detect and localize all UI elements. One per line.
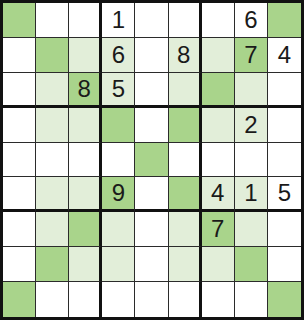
cell-r2c3[interactable] xyxy=(69,38,102,73)
given-digit: 2 xyxy=(244,113,257,137)
cell-r9c4[interactable] xyxy=(102,282,135,317)
cell-r9c3[interactable] xyxy=(69,282,102,317)
cell-r7c8[interactable] xyxy=(235,212,268,247)
cell-r5c5[interactable] xyxy=(135,143,168,178)
cell-r6c5[interactable] xyxy=(135,177,168,212)
cell-r6c2[interactable] xyxy=(36,177,69,212)
given-digit: 4 xyxy=(278,43,291,67)
cell-r1c6[interactable] xyxy=(169,3,202,38)
cell-r7c2[interactable] xyxy=(36,212,69,247)
cell-r1c9[interactable] xyxy=(268,3,301,38)
given-digit: 5 xyxy=(112,77,125,101)
cell-r5c4[interactable] xyxy=(102,143,135,178)
given-digit: 8 xyxy=(78,77,91,101)
given-digit: 8 xyxy=(177,43,190,67)
cell-r4c1[interactable] xyxy=(3,108,36,143)
cell-r7c4[interactable] xyxy=(102,212,135,247)
cell-r9c8[interactable] xyxy=(235,282,268,317)
given-digit: 7 xyxy=(244,43,257,67)
cell-r8c2[interactable] xyxy=(36,247,69,282)
given-digit: 5 xyxy=(278,181,291,205)
cell-r8c5[interactable] xyxy=(135,247,168,282)
cell-r4c3[interactable] xyxy=(69,108,102,143)
cell-r3c3[interactable]: 8 xyxy=(69,73,102,108)
cell-r1c7[interactable] xyxy=(202,3,235,38)
cell-r3c2[interactable] xyxy=(36,73,69,108)
cell-r5c3[interactable] xyxy=(69,143,102,178)
cell-r4c6[interactable] xyxy=(169,108,202,143)
cell-r9c1[interactable] xyxy=(3,282,36,317)
cell-r4c8[interactable]: 2 xyxy=(235,108,268,143)
cell-r6c1[interactable] xyxy=(3,177,36,212)
cell-r2c8[interactable]: 7 xyxy=(235,38,268,73)
cell-r4c4[interactable] xyxy=(102,108,135,143)
cell-r9c7[interactable] xyxy=(202,282,235,317)
cell-r7c1[interactable] xyxy=(3,212,36,247)
cell-r3c6[interactable] xyxy=(169,73,202,108)
sudoku-board: 16687485294157 xyxy=(0,0,304,320)
cell-r3c4[interactable]: 5 xyxy=(102,73,135,108)
given-digit: 6 xyxy=(112,43,125,67)
cell-r4c7[interactable] xyxy=(202,108,235,143)
cell-r6c9[interactable]: 5 xyxy=(268,177,301,212)
cell-r6c8[interactable]: 1 xyxy=(235,177,268,212)
cell-r8c7[interactable] xyxy=(202,247,235,282)
cell-r2c6[interactable]: 8 xyxy=(169,38,202,73)
cell-r6c7[interactable]: 4 xyxy=(202,177,235,212)
cell-r5c6[interactable] xyxy=(169,143,202,178)
given-digit: 7 xyxy=(211,217,224,241)
cell-r7c3[interactable] xyxy=(69,212,102,247)
cell-r8c1[interactable] xyxy=(3,247,36,282)
given-digit: 6 xyxy=(244,8,257,32)
cell-r7c9[interactable] xyxy=(268,212,301,247)
cell-r6c4[interactable]: 9 xyxy=(102,177,135,212)
cell-r4c5[interactable] xyxy=(135,108,168,143)
cell-r4c9[interactable] xyxy=(268,108,301,143)
cell-r7c5[interactable] xyxy=(135,212,168,247)
cell-r1c8[interactable]: 6 xyxy=(235,3,268,38)
given-digit: 9 xyxy=(112,181,125,205)
given-digit: 4 xyxy=(211,181,224,205)
cell-r1c3[interactable] xyxy=(69,3,102,38)
cell-r8c9[interactable] xyxy=(268,247,301,282)
cell-r3c8[interactable] xyxy=(235,73,268,108)
cell-r8c4[interactable] xyxy=(102,247,135,282)
cell-r2c2[interactable] xyxy=(36,38,69,73)
cell-r9c9[interactable] xyxy=(268,282,301,317)
cell-r3c1[interactable] xyxy=(3,73,36,108)
cell-r3c7[interactable] xyxy=(202,73,235,108)
cell-r2c9[interactable]: 4 xyxy=(268,38,301,73)
cell-r3c5[interactable] xyxy=(135,73,168,108)
cell-r1c4[interactable]: 1 xyxy=(102,3,135,38)
cell-r9c5[interactable] xyxy=(135,282,168,317)
cell-r2c1[interactable] xyxy=(3,38,36,73)
cell-r5c7[interactable] xyxy=(202,143,235,178)
cell-r6c3[interactable] xyxy=(69,177,102,212)
cell-r9c2[interactable] xyxy=(36,282,69,317)
cell-r7c7[interactable]: 7 xyxy=(202,212,235,247)
cell-r5c1[interactable] xyxy=(3,143,36,178)
cell-r7c6[interactable] xyxy=(169,212,202,247)
given-digit: 1 xyxy=(244,181,257,205)
cell-r8c3[interactable] xyxy=(69,247,102,282)
given-digit: 1 xyxy=(112,8,125,32)
cell-r6c6[interactable] xyxy=(169,177,202,212)
cell-r1c2[interactable] xyxy=(36,3,69,38)
cell-r1c1[interactable] xyxy=(3,3,36,38)
cell-r4c2[interactable] xyxy=(36,108,69,143)
cell-r2c5[interactable] xyxy=(135,38,168,73)
cell-r1c5[interactable] xyxy=(135,3,168,38)
cell-r2c7[interactable] xyxy=(202,38,235,73)
cell-r5c2[interactable] xyxy=(36,143,69,178)
cell-r8c8[interactable] xyxy=(235,247,268,282)
cell-r5c9[interactable] xyxy=(268,143,301,178)
cell-r5c8[interactable] xyxy=(235,143,268,178)
cell-r2c4[interactable]: 6 xyxy=(102,38,135,73)
cell-r3c9[interactable] xyxy=(268,73,301,108)
cell-r9c6[interactable] xyxy=(169,282,202,317)
cell-r8c6[interactable] xyxy=(169,247,202,282)
